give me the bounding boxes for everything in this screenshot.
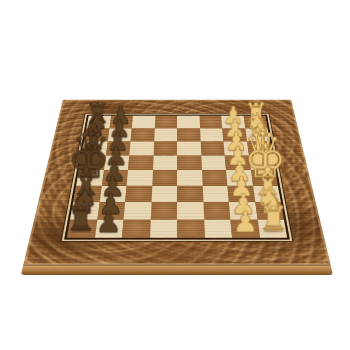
square-a6[interactable] [132,116,155,129]
board-scene: ♜♟♟♜♞♟♟♞♝♟♟♝♛♟♟♛♚♟♟♚♝♟♟♝♞♟♟♞♜♟♟♜ [46,39,308,301]
square-h6[interactable] [122,219,150,237]
chess-board[interactable]: ♜♟♟♜♞♟♟♞♝♟♟♝♛♟♟♛♚♟♟♚♝♟♟♝♞♟♟♞♜♟♟♜ [23,100,330,265]
square-g4[interactable] [177,202,204,219]
board-grid: ♜♟♟♜♞♟♟♞♝♟♟♝♛♟♟♛♚♟♟♚♝♟♟♝♞♟♟♞♜♟♟♜ [67,116,287,238]
square-g5[interactable] [150,202,177,219]
piece-black-rook-h8[interactable]: ♜ [66,203,96,237]
square-a3[interactable] [199,116,222,129]
square-f5[interactable] [151,186,177,202]
square-g6[interactable] [124,202,151,219]
board-frame-maple-line: ♜♟♟♜♞♟♟♞♝♟♟♝♛♟♟♛♚♟♟♚♝♟♟♝♞♟♟♞♜♟♟♜ [62,114,292,241]
square-b5[interactable] [154,128,177,141]
square-h5[interactable] [149,219,177,237]
square-h8[interactable]: ♜ [67,219,97,237]
square-h7[interactable]: ♟ [94,219,123,237]
board-frame-outer-line: ♜♟♟♜♞♟♟♞♝♟♟♝♛♟♟♛♚♟♟♚♝♟♟♝♞♟♟♞♜♟♟♜ [60,113,293,242]
square-b6[interactable] [131,128,155,141]
square-a4[interactable] [177,116,200,129]
square-e3[interactable] [202,170,228,186]
piece-white-pawn-h2[interactable]: ♟ [233,207,259,236]
square-e4[interactable] [177,170,202,186]
square-c5[interactable] [153,141,177,155]
square-b3[interactable] [200,128,224,141]
square-d3[interactable] [201,155,226,170]
square-e6[interactable] [127,170,153,186]
square-h3[interactable] [204,219,232,237]
square-a5[interactable] [154,116,177,129]
square-f3[interactable] [202,186,229,202]
square-h4[interactable] [177,219,205,237]
square-f6[interactable] [125,186,152,202]
square-e5[interactable] [152,170,177,186]
board-front-bevel [21,265,333,275]
square-d4[interactable] [177,155,202,170]
square-h1[interactable]: ♜ [257,219,287,237]
square-g3[interactable] [203,202,230,219]
piece-black-pawn-h7[interactable]: ♟ [95,207,121,236]
square-f4[interactable] [177,186,203,202]
piece-white-rook-h1[interactable]: ♜ [258,203,288,237]
square-c3[interactable] [200,141,224,155]
square-c6[interactable] [129,141,153,155]
square-b4[interactable] [177,128,200,141]
board-frame-dark-line: ♜♟♟♜♞♟♟♞♝♟♟♝♛♟♟♛♚♟♟♚♝♟♟♝♞♟♟♞♜♟♟♜ [64,115,289,240]
photo-canvas: ♜♟♟♜♞♟♟♞♝♟♟♝♛♟♟♛♚♟♟♚♝♟♟♝♞♟♟♞♜♟♟♜ [0,0,350,350]
square-h2[interactable]: ♟ [230,219,259,237]
square-c4[interactable] [177,141,201,155]
square-d5[interactable] [153,155,178,170]
square-d6[interactable] [128,155,153,170]
